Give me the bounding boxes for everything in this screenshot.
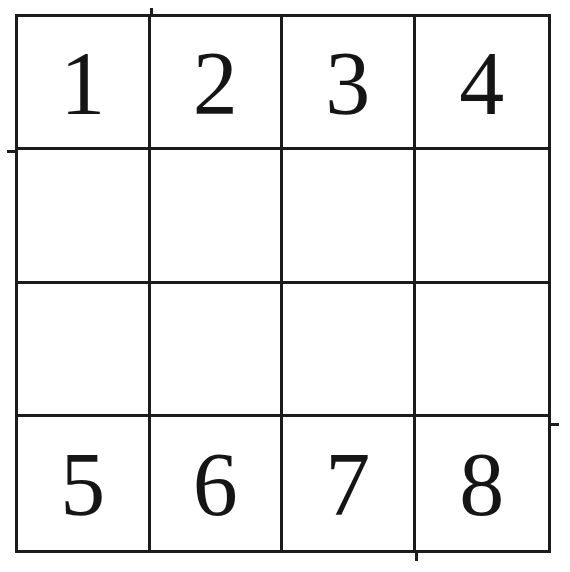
cell-number: 8 [459,440,504,530]
cell-r3c1: 6 [151,417,284,550]
cell-r1c2 [283,150,416,283]
cell-r0c1: 2 [151,17,284,150]
puzzle-diagram: 1 2 3 4 5 6 7 8 [0,0,570,572]
cell-r1c0 [18,150,151,283]
line-overshoot-tick-right [549,423,559,426]
line-overshoot-tick-bottom [415,551,418,561]
cell-r2c2 [283,284,416,417]
cell-r3c2: 7 [283,417,416,550]
cell-r1c3 [416,150,549,283]
line-overshoot-tick-top [150,8,153,16]
cell-r0c2: 3 [283,17,416,150]
cell-number: 5 [60,440,105,530]
cell-number: 1 [60,39,105,129]
cell-number: 4 [459,39,504,129]
cell-number: 6 [193,440,238,530]
cell-r2c3 [416,284,549,417]
cell-r1c1 [151,150,284,283]
cell-r3c3: 8 [416,417,549,550]
cell-number: 2 [193,39,238,129]
cell-r2c1 [151,284,284,417]
cell-r0c3: 4 [416,17,549,150]
puzzle-board: 1 2 3 4 5 6 7 8 [15,14,551,553]
cell-number: 3 [325,39,370,129]
cell-number: 7 [325,440,370,530]
cell-r3c0: 5 [18,417,151,550]
cell-r2c0 [18,284,151,417]
cell-r0c0: 1 [18,17,151,150]
line-overshoot-tick-left [7,150,17,153]
